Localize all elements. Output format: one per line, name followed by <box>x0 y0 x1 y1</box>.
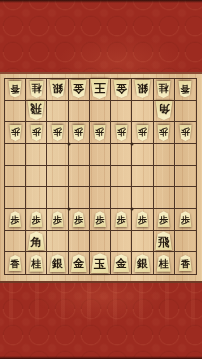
board-cell-8c[interactable]: 歩 <box>26 122 47 144</box>
piece-pawn-gote[interactable]: 歩 <box>115 125 128 141</box>
piece-kanji: 歩 <box>136 211 149 227</box>
board-cell-3f[interactable] <box>132 187 153 209</box>
piece-shadow: 歩 <box>136 125 149 141</box>
piece-shadow: 歩 <box>30 211 43 227</box>
piece-pawn-gote[interactable]: 歩 <box>179 125 192 141</box>
piece-kanji: 銀 <box>134 254 151 272</box>
piece-shadow: 飛 <box>155 231 173 250</box>
piece-pawn-sente[interactable]: 歩 <box>72 211 85 227</box>
piece-shadow: 角 <box>155 101 173 120</box>
piece-lance-sente[interactable]: 香 <box>178 255 192 272</box>
piece-kanji: 歩 <box>51 211 64 227</box>
piece-kanji: 歩 <box>51 125 64 141</box>
board-cell-6g[interactable]: 歩 <box>69 209 90 231</box>
board-cell-8e[interactable] <box>26 166 47 188</box>
board-cell-9f[interactable] <box>5 187 26 209</box>
piece-kanji: 歩 <box>115 211 128 227</box>
board-cell-9d[interactable] <box>5 144 26 166</box>
board-cell-4h[interactable] <box>111 231 132 253</box>
app-screen: { "game": "shogi", "app": { "view": "sho… <box>0 0 202 359</box>
piece-shadow: 桂 <box>156 255 171 272</box>
piece-kanji: 歩 <box>179 125 192 141</box>
board-cell-7h[interactable] <box>47 231 68 253</box>
board-cell-7c[interactable]: 歩 <box>47 122 68 144</box>
board-cell-6b[interactable] <box>69 101 90 123</box>
piece-lance-sente[interactable]: 香 <box>8 255 22 272</box>
piece-pawn-sente[interactable]: 歩 <box>93 211 106 227</box>
piece-pawn-gote[interactable]: 歩 <box>72 125 85 141</box>
board-cell-6c[interactable]: 歩 <box>69 122 90 144</box>
piece-pawn-sente[interactable]: 歩 <box>9 211 22 227</box>
board-cell-7f[interactable] <box>47 187 68 209</box>
board-cell-4d[interactable] <box>111 144 132 166</box>
board-cell-9g[interactable]: 歩 <box>5 209 26 231</box>
board-cell-6e[interactable] <box>69 166 90 188</box>
piece-kanji: 香 <box>178 255 192 272</box>
piece-shadow: 香 <box>178 81 192 98</box>
piece-shadow: 飛 <box>27 101 45 120</box>
board-cell-1e[interactable] <box>175 166 196 188</box>
piece-rook-gote[interactable]: 飛 <box>27 101 45 120</box>
board-cell-6d[interactable] <box>69 144 90 166</box>
piece-kanji: 飛 <box>155 231 173 250</box>
board-cell-8f[interactable] <box>26 187 47 209</box>
piece-gold-sente[interactable]: 金 <box>70 254 87 272</box>
piece-kanji: 香 <box>178 81 192 98</box>
board-cell-3d[interactable] <box>132 144 153 166</box>
piece-shadow: 銀 <box>49 254 66 272</box>
board-cell-5f[interactable] <box>90 187 111 209</box>
board-cell-4g[interactable]: 歩 <box>111 209 132 231</box>
piece-shadow: 歩 <box>157 211 170 227</box>
board-cell-1f[interactable] <box>175 187 196 209</box>
piece-shadow: 桂 <box>29 81 44 98</box>
board-cell-2c[interactable]: 歩 <box>154 122 175 144</box>
board-cell-2d[interactable] <box>154 144 175 166</box>
board-cell-6f[interactable] <box>69 187 90 209</box>
piece-knight-sente[interactable]: 桂 <box>156 255 171 272</box>
piece-shadow: 玉 <box>90 253 109 273</box>
piece-gold-gote[interactable]: 金 <box>70 80 87 98</box>
board-cell-7g[interactable]: 歩 <box>47 209 68 231</box>
board-cell-9i[interactable]: 香 <box>5 252 26 274</box>
board-cell-9c[interactable]: 歩 <box>5 122 26 144</box>
piece-shadow: 歩 <box>9 125 22 141</box>
piece-kanji: 金 <box>113 80 130 98</box>
piece-shadow: 金 <box>70 254 87 272</box>
piece-kanji: 歩 <box>72 125 85 141</box>
board-cell-9h[interactable] <box>5 231 26 253</box>
piece-pawn-sente[interactable]: 歩 <box>115 211 128 227</box>
piece-pawn-gote[interactable]: 歩 <box>93 125 106 141</box>
piece-kanji: 金 <box>113 254 130 272</box>
piece-pawn-sente[interactable]: 歩 <box>136 211 149 227</box>
board-cell-8i[interactable]: 桂 <box>26 252 47 274</box>
piece-kanji: 銀 <box>134 80 151 98</box>
board-cell-9a[interactable]: 香 <box>5 79 26 101</box>
piece-shadow: 王 <box>90 79 109 99</box>
board-cell-2h[interactable]: 飛 <box>154 231 175 253</box>
piece-shadow: 銀 <box>134 80 151 98</box>
piece-kanji: 歩 <box>93 211 106 227</box>
piece-kanji: 歩 <box>93 125 106 141</box>
piece-pawn-gote[interactable]: 歩 <box>30 125 43 141</box>
board-cell-3b[interactable] <box>132 101 153 123</box>
piece-silver-gote[interactable]: 銀 <box>49 80 66 98</box>
background-bottom <box>0 283 202 359</box>
star-point <box>131 142 134 145</box>
piece-kanji: 歩 <box>157 211 170 227</box>
piece-kanji: 歩 <box>9 211 22 227</box>
board-cell-2g[interactable]: 歩 <box>154 209 175 231</box>
piece-kanji: 香 <box>8 81 22 98</box>
board-cell-1b[interactable] <box>175 101 196 123</box>
piece-knight-gote[interactable]: 桂 <box>156 81 171 98</box>
piece-kanji: 歩 <box>30 125 43 141</box>
board-cell-2a[interactable]: 桂 <box>154 79 175 101</box>
piece-kanji: 歩 <box>30 211 43 227</box>
background-top <box>0 0 202 72</box>
piece-bishop-gote[interactable]: 角 <box>155 101 173 120</box>
piece-gold-gote[interactable]: 金 <box>113 80 130 98</box>
board-cell-4e[interactable] <box>111 166 132 188</box>
piece-pawn-gote[interactable]: 歩 <box>157 125 170 141</box>
board-cell-7e[interactable] <box>47 166 68 188</box>
board-cell-2e[interactable] <box>154 166 175 188</box>
piece-shadow: 銀 <box>134 254 151 272</box>
board-cell-5c[interactable]: 歩 <box>90 122 111 144</box>
board-cell-7d[interactable] <box>47 144 68 166</box>
board-cell-5h[interactable] <box>90 231 111 253</box>
piece-shadow: 歩 <box>136 211 149 227</box>
piece-king-sente[interactable]: 玉 <box>90 253 109 273</box>
piece-kanji: 玉 <box>90 253 109 273</box>
board-cell-8a[interactable]: 桂 <box>26 79 47 101</box>
piece-shadow: 歩 <box>51 125 64 141</box>
board-grid: 香桂銀金王金銀桂香飛角歩歩歩歩歩歩歩歩歩歩歩歩歩歩歩歩歩歩角飛香桂銀金玉金銀桂香 <box>4 78 197 275</box>
piece-lance-gote[interactable]: 香 <box>178 81 192 98</box>
board-cell-3e[interactable] <box>132 166 153 188</box>
piece-bishop-sente[interactable]: 角 <box>27 231 45 250</box>
board-cell-4f[interactable] <box>111 187 132 209</box>
piece-shadow: 歩 <box>179 211 192 227</box>
piece-kanji: 歩 <box>136 125 149 141</box>
piece-kanji: 金 <box>70 80 87 98</box>
piece-shadow: 歩 <box>72 125 85 141</box>
piece-shadow: 角 <box>27 231 45 250</box>
piece-rook-sente[interactable]: 飛 <box>155 231 173 250</box>
board-cell-4i[interactable]: 金 <box>111 252 132 274</box>
piece-kanji: 金 <box>70 254 87 272</box>
piece-pawn-gote[interactable]: 歩 <box>9 125 22 141</box>
piece-pawn-sente[interactable]: 歩 <box>157 211 170 227</box>
board-cell-8b[interactable]: 飛 <box>26 101 47 123</box>
piece-knight-gote[interactable]: 桂 <box>29 81 44 98</box>
board-cell-2i[interactable]: 桂 <box>154 252 175 274</box>
piece-shadow: 歩 <box>30 125 43 141</box>
board-cell-6h[interactable] <box>69 231 90 253</box>
shogi-board: 香桂銀金王金銀桂香飛角歩歩歩歩歩歩歩歩歩歩歩歩歩歩歩歩歩歩角飛香桂銀金玉金銀桂香 <box>0 72 202 283</box>
star-point <box>67 142 70 145</box>
board-cell-1h[interactable] <box>175 231 196 253</box>
piece-lance-gote[interactable]: 香 <box>8 81 22 98</box>
piece-shadow: 香 <box>178 255 192 272</box>
piece-king-gote[interactable]: 王 <box>90 79 109 99</box>
board-cell-1d[interactable] <box>175 144 196 166</box>
board-cell-2f[interactable] <box>154 187 175 209</box>
piece-kanji: 歩 <box>115 125 128 141</box>
piece-kanji: 桂 <box>156 255 171 272</box>
piece-gold-sente[interactable]: 金 <box>113 254 130 272</box>
piece-shadow: 歩 <box>115 211 128 227</box>
piece-shadow: 銀 <box>49 80 66 98</box>
piece-shadow: 桂 <box>156 81 171 98</box>
board-cell-3c[interactable]: 歩 <box>132 122 153 144</box>
piece-shadow: 歩 <box>51 211 64 227</box>
piece-shadow: 金 <box>113 254 130 272</box>
board-cell-1a[interactable]: 香 <box>175 79 196 101</box>
board-cell-5i[interactable]: 玉 <box>90 252 111 274</box>
board-cell-2b[interactable]: 角 <box>154 101 175 123</box>
board-cell-8d[interactable] <box>26 144 47 166</box>
piece-pawn-sente[interactable]: 歩 <box>179 211 192 227</box>
piece-silver-sente[interactable]: 銀 <box>134 254 151 272</box>
board-cell-7i[interactable]: 銀 <box>47 252 68 274</box>
piece-shadow: 歩 <box>93 125 106 141</box>
piece-kanji: 歩 <box>72 211 85 227</box>
piece-shadow: 歩 <box>179 125 192 141</box>
board-cell-6a[interactable]: 金 <box>69 79 90 101</box>
piece-kanji: 歩 <box>179 211 192 227</box>
board-cell-8g[interactable]: 歩 <box>26 209 47 231</box>
board-cell-4b[interactable] <box>111 101 132 123</box>
board-cell-3i[interactable]: 銀 <box>132 252 153 274</box>
board-cell-4a[interactable]: 金 <box>111 79 132 101</box>
piece-shadow: 金 <box>113 80 130 98</box>
piece-shadow: 歩 <box>157 125 170 141</box>
piece-shadow: 歩 <box>72 211 85 227</box>
board-cell-3a[interactable]: 銀 <box>132 79 153 101</box>
piece-shadow: 歩 <box>115 125 128 141</box>
piece-kanji: 飛 <box>27 101 45 120</box>
piece-shadow: 桂 <box>29 255 44 272</box>
board-cell-1i[interactable]: 香 <box>175 252 196 274</box>
piece-kanji: 歩 <box>9 125 22 141</box>
board-cell-3h[interactable] <box>132 231 153 253</box>
piece-kanji: 銀 <box>49 80 66 98</box>
board-cell-7a[interactable]: 銀 <box>47 79 68 101</box>
piece-kanji: 歩 <box>157 125 170 141</box>
piece-kanji: 桂 <box>29 81 44 98</box>
board-cell-4c[interactable]: 歩 <box>111 122 132 144</box>
piece-pawn-sente[interactable]: 歩 <box>30 211 43 227</box>
piece-pawn-gote[interactable]: 歩 <box>136 125 149 141</box>
board-cell-1c[interactable]: 歩 <box>175 122 196 144</box>
star-point <box>131 207 134 210</box>
board-cell-8h[interactable]: 角 <box>26 231 47 253</box>
piece-pawn-sente[interactable]: 歩 <box>51 211 64 227</box>
piece-silver-sente[interactable]: 銀 <box>49 254 66 272</box>
board-cell-6i[interactable]: 金 <box>69 252 90 274</box>
board-cell-5d[interactable] <box>90 144 111 166</box>
board-cell-7b[interactable] <box>47 101 68 123</box>
piece-shadow: 金 <box>70 80 87 98</box>
board-cell-5b[interactable] <box>90 101 111 123</box>
board-cell-3g[interactable]: 歩 <box>132 209 153 231</box>
piece-shadow: 歩 <box>93 211 106 227</box>
board-cell-9e[interactable] <box>5 166 26 188</box>
piece-kanji: 香 <box>8 255 22 272</box>
piece-kanji: 桂 <box>156 81 171 98</box>
board-cell-1g[interactable]: 歩 <box>175 209 196 231</box>
piece-kanji: 王 <box>90 79 109 99</box>
piece-shadow: 香 <box>8 81 22 98</box>
piece-shadow: 香 <box>8 255 22 272</box>
piece-silver-gote[interactable]: 銀 <box>134 80 151 98</box>
board-cell-9b[interactable] <box>5 101 26 123</box>
board-cell-5a[interactable]: 王 <box>90 79 111 101</box>
star-point <box>67 207 70 210</box>
piece-shadow: 歩 <box>9 211 22 227</box>
piece-knight-sente[interactable]: 桂 <box>29 255 44 272</box>
piece-pawn-gote[interactable]: 歩 <box>51 125 64 141</box>
board-cell-5g[interactable]: 歩 <box>90 209 111 231</box>
piece-kanji: 角 <box>155 101 173 120</box>
piece-kanji: 角 <box>27 231 45 250</box>
piece-kanji: 銀 <box>49 254 66 272</box>
board-cell-5e[interactable] <box>90 166 111 188</box>
piece-kanji: 桂 <box>29 255 44 272</box>
